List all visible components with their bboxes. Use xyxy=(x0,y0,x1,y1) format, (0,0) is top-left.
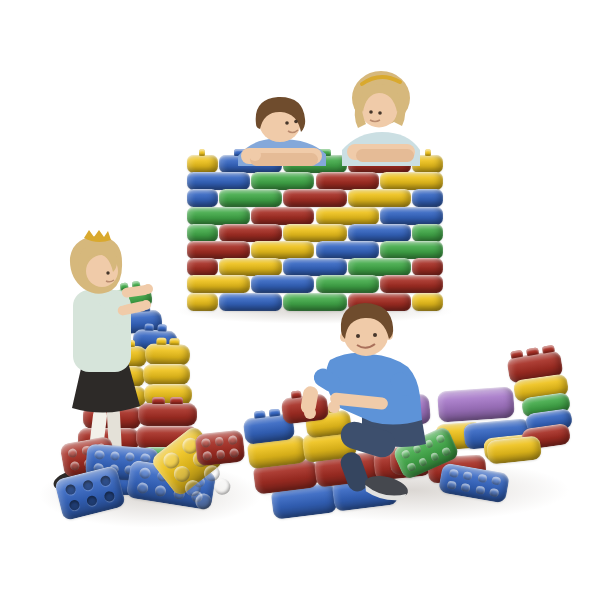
scattered-blocks xyxy=(0,0,600,600)
red-block xyxy=(194,430,245,467)
studio-scene xyxy=(0,0,600,600)
tube-face xyxy=(61,471,120,515)
stud-face xyxy=(199,434,241,462)
